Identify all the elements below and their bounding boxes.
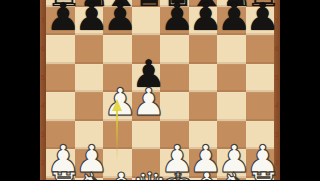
video-frame: 87654321 87654321 ♜♞♝♛♚♝♞♜♟♟♟♟♟♟♟♟♟♟♟♟♟♟… [0,0,320,180]
square-e7[interactable] [160,7,189,36]
square-a5[interactable] [46,64,75,93]
square-b4[interactable] [75,92,104,121]
square-e4[interactable] [160,92,189,121]
square-d7[interactable] [132,7,161,36]
square-b5[interactable] [75,64,104,93]
square-b6[interactable] [75,35,104,64]
move-arrow-line [116,110,118,161]
square-f5[interactable] [189,64,218,93]
square-g4[interactable] [217,92,246,121]
square-a6[interactable] [46,35,75,64]
square-c6[interactable] [103,35,132,64]
square-d1[interactable] [132,178,161,181]
square-c5[interactable] [103,64,132,93]
square-h7[interactable] [246,7,275,36]
chess-board: 87654321 87654321 ♜♞♝♛♚♝♞♜♟♟♟♟♟♟♟♟♟♟♟♟♟♟… [40,0,280,180]
square-f6[interactable] [189,35,218,64]
rank-label-right-2: 2 [274,149,280,178]
square-h2[interactable] [246,149,275,178]
square-b2[interactable] [75,149,104,178]
square-h5[interactable] [246,64,275,93]
square-e3[interactable] [160,121,189,150]
square-g1[interactable] [217,178,246,181]
square-b3[interactable] [75,121,104,150]
square-a1[interactable] [46,178,75,181]
rank-label-right-5: 5 [274,64,280,93]
square-a3[interactable] [46,121,75,150]
rank-label-right-1: 1 [274,178,280,181]
square-d6[interactable] [132,35,161,64]
square-f2[interactable] [189,149,218,178]
square-h4[interactable] [246,92,275,121]
square-c7[interactable] [103,7,132,36]
rank-label-right-4: 4 [274,92,280,121]
square-f3[interactable] [189,121,218,150]
square-g7[interactable] [217,7,246,36]
squares-grid [46,0,274,180]
square-f7[interactable] [189,7,218,36]
rank-label-right-7: 7 [274,7,280,36]
board-border-right: 87654321 [274,0,280,180]
square-f1[interactable] [189,178,218,181]
square-a2[interactable] [46,149,75,178]
square-e6[interactable] [160,35,189,64]
square-b7[interactable] [75,7,104,36]
square-h6[interactable] [246,35,275,64]
square-g5[interactable] [217,64,246,93]
rank-label-right-3: 3 [274,121,280,150]
square-e2[interactable] [160,149,189,178]
square-d5[interactable] [132,64,161,93]
square-h3[interactable] [246,121,275,150]
square-h1[interactable] [246,178,275,181]
square-c1[interactable] [103,178,132,181]
square-d4[interactable] [132,92,161,121]
square-b1[interactable] [75,178,104,181]
square-d2[interactable] [132,149,161,178]
square-a4[interactable] [46,92,75,121]
square-a7[interactable] [46,7,75,36]
square-g2[interactable] [217,149,246,178]
square-e5[interactable] [160,64,189,93]
square-e1[interactable] [160,178,189,181]
square-d3[interactable] [132,121,161,150]
square-g6[interactable] [217,35,246,64]
rank-label-right-6: 6 [274,35,280,64]
square-f4[interactable] [189,92,218,121]
square-g3[interactable] [217,121,246,150]
